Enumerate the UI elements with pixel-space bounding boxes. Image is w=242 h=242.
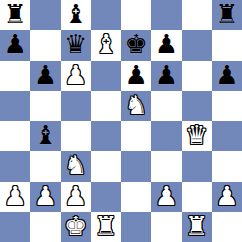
square-b1[interactable]: [30, 212, 60, 242]
square-f7[interactable]: ♟: [151, 30, 181, 60]
square-e8[interactable]: [121, 0, 151, 30]
chess-board: ♜♝♜♟♛♝♚♟♟♟♟♟♟♞♝♛♞♟♟♟♟♟♚♜♜: [0, 0, 242, 242]
black-pawn: ♟: [155, 62, 178, 88]
square-g4[interactable]: ♛: [182, 121, 212, 151]
black-pawn: ♟: [3, 31, 26, 57]
square-f2[interactable]: ♟: [151, 182, 181, 212]
white-knight: ♞: [64, 152, 87, 178]
square-e6[interactable]: ♟: [121, 61, 151, 91]
square-f1[interactable]: [151, 212, 181, 242]
square-a2[interactable]: ♟: [0, 182, 30, 212]
square-c5[interactable]: [61, 91, 91, 121]
square-d8[interactable]: [91, 0, 121, 30]
square-a1[interactable]: [0, 212, 30, 242]
black-pawn: ♟: [155, 31, 178, 57]
square-e3[interactable]: [121, 151, 151, 181]
square-d6[interactable]: [91, 61, 121, 91]
square-e1[interactable]: [121, 212, 151, 242]
white-knight: ♞: [124, 92, 147, 118]
white-pawn: ♟: [34, 183, 57, 209]
square-a5[interactable]: [0, 91, 30, 121]
square-b6[interactable]: ♟: [30, 61, 60, 91]
black-pawn: ♟: [124, 62, 147, 88]
white-queen: ♛: [185, 122, 208, 148]
square-c1[interactable]: ♚: [61, 212, 91, 242]
square-h3[interactable]: [212, 151, 242, 181]
white-rook: ♜: [94, 213, 117, 239]
square-e7[interactable]: ♚: [121, 30, 151, 60]
square-d2[interactable]: [91, 182, 121, 212]
square-e5[interactable]: ♞: [121, 91, 151, 121]
square-g8[interactable]: [182, 0, 212, 30]
square-b5[interactable]: [30, 91, 60, 121]
white-pawn: ♟: [64, 183, 87, 209]
white-rook: ♜: [185, 213, 208, 239]
black-rook: ♜: [215, 1, 238, 27]
black-king: ♚: [124, 31, 147, 57]
square-b8[interactable]: [30, 0, 60, 30]
square-c2[interactable]: ♟: [61, 182, 91, 212]
square-a7[interactable]: ♟: [0, 30, 30, 60]
square-h4[interactable]: [212, 121, 242, 151]
white-bishop: ♝: [94, 31, 117, 57]
white-pawn: ♟: [215, 183, 238, 209]
square-h8[interactable]: ♜: [212, 0, 242, 30]
white-pawn: ♟: [3, 183, 26, 209]
square-h7[interactable]: [212, 30, 242, 60]
square-h5[interactable]: [212, 91, 242, 121]
black-pawn: ♟: [34, 62, 57, 88]
black-bishop: ♝: [64, 1, 87, 27]
square-g6[interactable]: [182, 61, 212, 91]
square-c3[interactable]: ♞: [61, 151, 91, 181]
square-d4[interactable]: [91, 121, 121, 151]
black-pawn: ♟: [215, 62, 238, 88]
square-g2[interactable]: [182, 182, 212, 212]
square-g3[interactable]: [182, 151, 212, 181]
square-b3[interactable]: [30, 151, 60, 181]
square-b4[interactable]: ♝: [30, 121, 60, 151]
square-a4[interactable]: [0, 121, 30, 151]
square-a6[interactable]: [0, 61, 30, 91]
white-king: ♚: [64, 213, 87, 239]
square-f6[interactable]: ♟: [151, 61, 181, 91]
square-d3[interactable]: [91, 151, 121, 181]
white-pawn: ♟: [155, 183, 178, 209]
square-d5[interactable]: [91, 91, 121, 121]
square-h6[interactable]: ♟: [212, 61, 242, 91]
square-b2[interactable]: ♟: [30, 182, 60, 212]
black-rook: ♜: [3, 1, 26, 27]
square-h2[interactable]: ♟: [212, 182, 242, 212]
black-queen: ♛: [64, 31, 87, 57]
square-g7[interactable]: [182, 30, 212, 60]
square-b7[interactable]: [30, 30, 60, 60]
white-pawn: ♟: [64, 62, 87, 88]
square-f5[interactable]: [151, 91, 181, 121]
black-bishop: ♝: [34, 122, 57, 148]
square-f8[interactable]: [151, 0, 181, 30]
square-a8[interactable]: ♜: [0, 0, 30, 30]
square-c4[interactable]: [61, 121, 91, 151]
square-e4[interactable]: [121, 121, 151, 151]
square-h1[interactable]: [212, 212, 242, 242]
square-c8[interactable]: ♝: [61, 0, 91, 30]
square-g1[interactable]: ♜: [182, 212, 212, 242]
square-d1[interactable]: ♜: [91, 212, 121, 242]
square-e2[interactable]: [121, 182, 151, 212]
square-c7[interactable]: ♛: [61, 30, 91, 60]
square-f3[interactable]: [151, 151, 181, 181]
square-d7[interactable]: ♝: [91, 30, 121, 60]
square-g5[interactable]: [182, 91, 212, 121]
square-f4[interactable]: [151, 121, 181, 151]
square-a3[interactable]: [0, 151, 30, 181]
square-c6[interactable]: ♟: [61, 61, 91, 91]
